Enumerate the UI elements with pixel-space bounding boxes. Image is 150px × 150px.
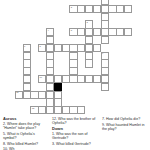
clue-number: 2 bbox=[71, 6, 72, 9]
clue-number: 4 bbox=[47, 29, 48, 32]
clue-across-8: 8. Who killed Hamlet? bbox=[3, 142, 49, 146]
grid-cell[interactable] bbox=[85, 59, 93, 67]
clue-across-10: 10. Wh bbox=[3, 147, 49, 150]
clue-down-1: 1. Who was the son of Gertrude? bbox=[52, 132, 99, 140]
crossword-worksheet: { "game": "crossword", "theme": "Hamlet"… bbox=[0, 0, 150, 150]
clue-across-5: 5. What is Ophelia's symbol? bbox=[3, 132, 49, 140]
clue-section: Across 2. Where does the play "Hamlet" t… bbox=[0, 117, 150, 150]
clue-number: 8 bbox=[40, 45, 41, 48]
clue-number: 9 bbox=[102, 52, 103, 55]
down-clue-list-continued: 7. How did Ophelia die?9. What haunted H… bbox=[102, 117, 148, 131]
clue-number: 3 bbox=[86, 21, 87, 24]
clue-number: 7 bbox=[24, 45, 25, 48]
grid-cell[interactable] bbox=[124, 28, 132, 36]
grid-cell[interactable] bbox=[101, 83, 109, 91]
clue-down-3: 3. What killed Gertrude? bbox=[52, 142, 99, 146]
clue-column-right: 7. How did Ophelia die?9. What haunted H… bbox=[102, 117, 148, 132]
clue-number: 12 bbox=[32, 107, 35, 110]
clue-number: 5 bbox=[71, 29, 72, 32]
clue-across-2: 2. Where does the play "Hamlet" take pla… bbox=[3, 122, 49, 130]
down-header: Down bbox=[52, 127, 99, 132]
across-clue-list-continued: 12. Who was the brother of Ophelia? bbox=[52, 117, 99, 125]
across-clue-list: 2. Where does the play "Hamlet" take pla… bbox=[3, 122, 49, 150]
clue-down-9: 9. What haunted Hamlet in the play? bbox=[102, 123, 148, 131]
clue-number: 10 bbox=[40, 76, 43, 79]
clue-number: 11 bbox=[16, 91, 18, 94]
grid-cell[interactable] bbox=[124, 5, 132, 13]
clue-column-middle: 12. Who was the brother of Ophelia? Down… bbox=[52, 117, 99, 147]
grid-cell[interactable] bbox=[77, 106, 85, 114]
clue-across-12: 12. Who was the brother of Ophelia? bbox=[52, 117, 99, 125]
grid-cell[interactable] bbox=[101, 36, 109, 44]
clue-down-7: 7. How did Ophelia die? bbox=[102, 117, 148, 121]
clue-column-left: Across 2. Where does the play "Hamlet" t… bbox=[3, 117, 49, 150]
down-clue-list: 1. Who was the son of Gertrude?3. What k… bbox=[52, 132, 99, 146]
across-header: Across bbox=[3, 117, 49, 122]
